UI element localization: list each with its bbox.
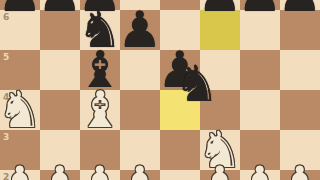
piece-black-knight-animating-f6-e4[interactable]: ♞ — [177, 64, 217, 104]
piece-black-pawn-h7[interactable]: ♟ — [280, 0, 320, 14]
piece-white-knight-a4[interactable]: ♞ — [0, 90, 40, 130]
board-squares-layer: 65432♟♟♟♟♟♟♞♟♝♟♞♞♝♞♟♟♟♟♟♟♟ — [0, 0, 320, 180]
square-h5[interactable] — [280, 50, 320, 90]
piece-black-pawn-d6[interactable]: ♟ — [120, 10, 160, 50]
square-e2[interactable] — [160, 170, 200, 180]
square-e7[interactable] — [160, 0, 200, 10]
piece-white-bishop-c4[interactable]: ♝ — [80, 90, 120, 130]
piece-white-pawn-h2[interactable]: ♟ — [280, 165, 320, 180]
piece-white-pawn-f2[interactable]: ♟ — [200, 165, 240, 180]
piece-black-pawn-a7[interactable]: ♟ — [0, 0, 40, 14]
square-d4[interactable] — [120, 90, 160, 130]
chess-board: 65432♟♟♟♟♟♟♞♟♝♟♞♞♝♞♟♟♟♟♟♟♟ — [0, 0, 320, 180]
piece-black-pawn-b7[interactable]: ♟ — [40, 0, 80, 14]
square-g4[interactable] — [240, 90, 280, 130]
square-b4[interactable] — [40, 90, 80, 130]
piece-black-pawn-g7[interactable]: ♟ — [240, 0, 280, 14]
piece-white-pawn-a2[interactable]: ♟ — [0, 165, 40, 180]
square-b5[interactable] — [40, 50, 80, 90]
square-g5[interactable] — [240, 50, 280, 90]
piece-white-pawn-d2[interactable]: ♟ — [120, 165, 160, 180]
square-e3[interactable] — [160, 130, 200, 170]
square-h4[interactable] — [280, 90, 320, 130]
piece-white-pawn-c2[interactable]: ♟ — [80, 165, 120, 180]
piece-black-pawn-f7[interactable]: ♟ — [200, 0, 240, 14]
piece-white-pawn-b2[interactable]: ♟ — [40, 165, 80, 180]
piece-white-pawn-g2[interactable]: ♟ — [240, 165, 280, 180]
